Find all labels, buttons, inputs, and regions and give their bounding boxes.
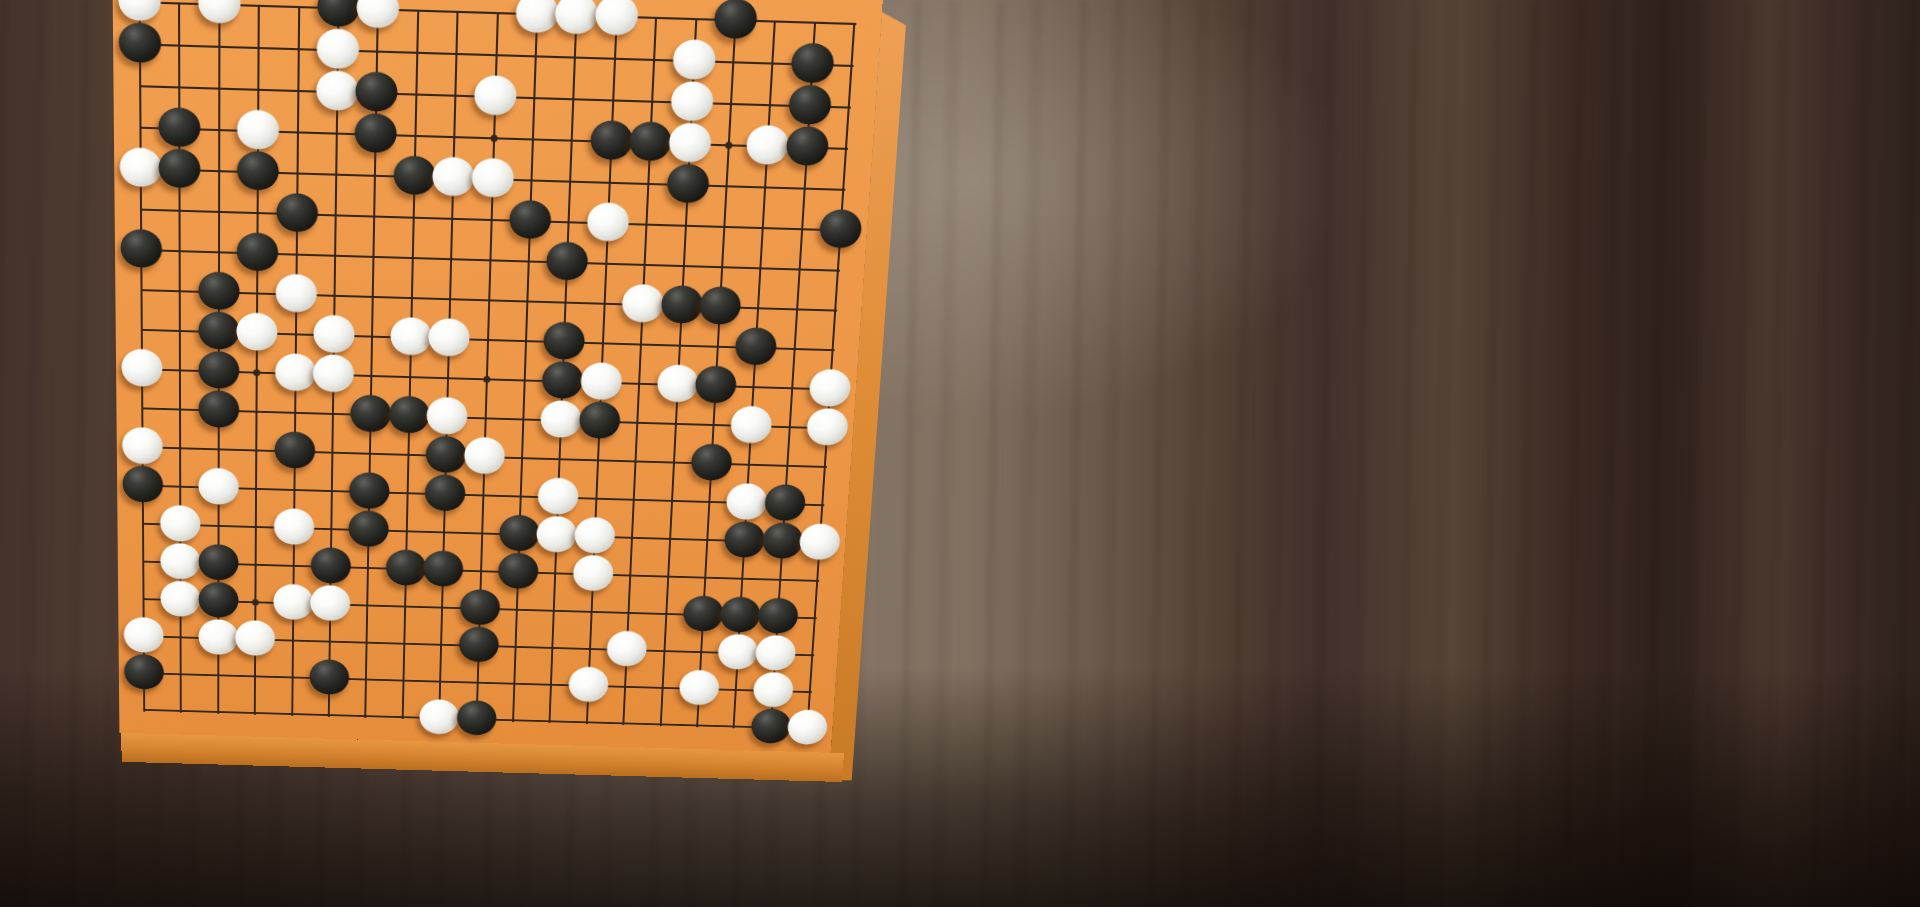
- black-stone: [237, 151, 279, 191]
- black-stone: [122, 465, 163, 503]
- black-stone: [694, 365, 737, 403]
- go-board[interactable]: [112, 0, 883, 753]
- white-stone: [432, 157, 475, 197]
- black-stone: [311, 547, 352, 584]
- white-stone: [718, 634, 760, 670]
- white-stone: [574, 517, 616, 554]
- black-stone: [349, 510, 390, 547]
- white-stone: [746, 125, 790, 165]
- white-stone: [313, 354, 354, 392]
- black-stone: [198, 271, 239, 310]
- white-stone: [572, 555, 613, 592]
- white-stone: [122, 427, 163, 465]
- white-stone: [471, 158, 514, 198]
- black-stone: [355, 71, 398, 112]
- hoshi-point: [725, 142, 733, 149]
- white-stone: [672, 39, 716, 80]
- black-stone: [699, 286, 742, 325]
- white-stone: [121, 349, 162, 388]
- black-stone: [509, 200, 552, 240]
- white-stone: [536, 516, 578, 553]
- white-stone: [310, 585, 350, 622]
- black-stone: [274, 431, 315, 469]
- grid-line-vertical: [438, 12, 458, 720]
- black-stone: [159, 148, 201, 188]
- white-stone: [463, 437, 505, 475]
- black-stone: [349, 472, 390, 510]
- white-stone: [120, 147, 162, 187]
- black-stone: [120, 229, 162, 268]
- black-stone: [790, 43, 835, 84]
- white-stone: [586, 202, 629, 242]
- white-stone: [161, 543, 201, 580]
- black-stone: [713, 0, 758, 39]
- white-stone: [668, 122, 712, 162]
- white-stone: [124, 617, 164, 653]
- black-stone: [578, 401, 620, 439]
- white-stone: [237, 109, 279, 149]
- black-stone: [629, 121, 673, 161]
- black-stone: [119, 22, 162, 63]
- white-stone: [515, 0, 559, 33]
- black-stone: [317, 0, 360, 27]
- white-stone: [787, 709, 829, 745]
- white-stone: [679, 670, 720, 706]
- black-stone: [764, 484, 807, 521]
- white-stone: [428, 318, 470, 357]
- white-stone: [809, 369, 852, 407]
- black-stone: [159, 107, 201, 147]
- black-stone: [543, 321, 585, 360]
- black-stone: [198, 544, 238, 581]
- white-stone: [198, 468, 238, 506]
- black-stone: [788, 84, 832, 125]
- white-stone: [275, 274, 317, 313]
- black-stone: [757, 597, 799, 634]
- black-stone: [350, 394, 391, 432]
- black-stone: [682, 595, 724, 632]
- black-stone: [388, 396, 429, 434]
- black-stone: [750, 708, 791, 744]
- hoshi-point: [253, 369, 260, 376]
- black-stone: [666, 164, 710, 204]
- hoshi-point: [490, 135, 497, 142]
- black-stone: [724, 521, 766, 558]
- black-stone: [459, 589, 500, 626]
- black-stone: [546, 241, 589, 280]
- black-stone: [198, 390, 239, 428]
- white-stone: [806, 408, 849, 446]
- black-stone: [237, 232, 279, 271]
- black-stone: [198, 351, 239, 389]
- black-stone: [690, 443, 732, 481]
- white-stone: [317, 28, 360, 69]
- black-stone: [355, 113, 398, 153]
- white-stone: [656, 364, 699, 402]
- white-stone: [755, 635, 797, 671]
- black-stone: [425, 474, 466, 511]
- black-stone: [735, 327, 778, 366]
- black-stone: [785, 126, 829, 166]
- black-stone: [426, 436, 467, 474]
- hoshi-point: [252, 599, 259, 606]
- white-stone: [730, 406, 773, 444]
- white-stone: [161, 580, 201, 617]
- white-stone: [622, 284, 665, 323]
- black-stone: [720, 596, 762, 633]
- white-stone: [595, 0, 639, 36]
- board-face: [112, 0, 883, 753]
- white-stone: [160, 505, 200, 542]
- white-stone: [118, 0, 161, 21]
- white-stone: [273, 584, 313, 621]
- white-stone: [799, 523, 841, 560]
- black-stone: [542, 361, 584, 399]
- black-stone: [660, 285, 703, 324]
- black-stone: [499, 515, 540, 552]
- white-stone: [426, 397, 468, 435]
- black-stone: [423, 550, 464, 587]
- grid-line-vertical: [402, 11, 420, 719]
- black-stone: [124, 654, 164, 690]
- white-stone: [540, 400, 582, 438]
- white-stone: [752, 672, 794, 708]
- black-stone: [276, 193, 318, 233]
- white-stone: [473, 75, 516, 116]
- black-stone: [458, 626, 499, 662]
- white-stone: [198, 619, 238, 655]
- black-stone: [590, 120, 633, 160]
- white-stone: [237, 312, 278, 351]
- black-stone: [761, 522, 803, 559]
- black-stone: [385, 549, 426, 586]
- white-stone: [357, 0, 400, 29]
- black-stone: [819, 209, 863, 249]
- white-stone: [555, 0, 599, 35]
- grid-line-vertical: [512, 14, 538, 722]
- white-stone: [275, 353, 316, 391]
- white-stone: [726, 483, 768, 520]
- white-stone: [235, 620, 275, 656]
- black-stone: [198, 311, 239, 350]
- white-stone: [538, 477, 580, 514]
- white-stone: [606, 630, 647, 666]
- white-stone: [580, 362, 622, 400]
- white-stone: [316, 70, 359, 111]
- black-stone: [498, 552, 539, 589]
- white-stone: [198, 0, 241, 24]
- white-stone: [313, 315, 355, 354]
- white-stone: [273, 508, 314, 545]
- black-stone: [456, 700, 496, 736]
- black-stone: [393, 155, 436, 195]
- white-stone: [568, 666, 609, 702]
- white-stone: [670, 81, 714, 122]
- black-stone: [309, 659, 349, 695]
- white-stone: [390, 317, 432, 356]
- black-stone: [198, 581, 238, 618]
- hoshi-point: [483, 376, 490, 383]
- white-stone: [419, 699, 459, 735]
